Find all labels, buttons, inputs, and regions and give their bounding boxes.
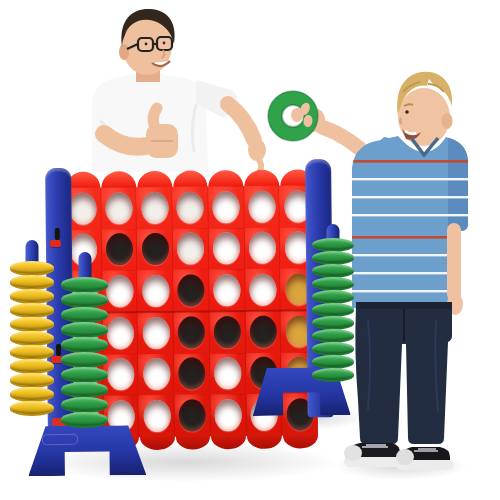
storage-peg-rings [61,278,108,428]
board-cell [210,394,246,436]
board-hole [178,275,205,307]
board-cell [245,269,281,311]
board-hole [106,275,133,307]
green-ring [61,322,108,338]
board-hole [177,233,204,265]
board-hole [213,274,240,306]
board-cell [174,311,210,353]
board-edge-bump [247,435,282,449]
release-slider-slot [55,228,60,240]
green-ring [61,412,108,428]
board-cell [173,270,209,312]
brand-emboss [42,434,78,445]
board-cell [174,353,210,395]
yellow-ring [10,289,54,304]
board-edge-bump [176,435,211,449]
storage-peg-rings [312,239,354,382]
board-hole [250,316,277,348]
green-ring [312,329,354,343]
storage-peg-rings [10,262,54,416]
board-hole [70,192,97,224]
board-cell [209,228,245,270]
board-cell [172,186,208,228]
board-hole [213,233,240,265]
board-cell [139,395,175,437]
green-ring [312,355,354,369]
green-ring [312,368,354,382]
green-ring [61,292,108,308]
green-ring [312,303,354,317]
board-cell [137,228,173,270]
green-ring [312,342,354,356]
board-hole [177,191,204,223]
green-ring [61,277,108,293]
board-cell [208,186,244,228]
green-ring [312,316,354,330]
green-ring [61,337,108,353]
board-edge-bump [283,434,318,448]
board-hole [248,191,275,223]
board-cell [210,353,246,395]
yellow-ring [10,275,54,290]
board-hole [141,192,168,224]
board-hole [214,358,241,390]
green-ring [312,238,354,252]
frame-foot-left [28,425,147,476]
board-hole [142,233,169,265]
board-hole [214,316,241,348]
scene [0,0,500,500]
green-ring [61,352,108,368]
yellow-ring [10,261,54,276]
green-ring [61,382,108,398]
board-cell [244,186,280,228]
board-cell [175,395,211,437]
board-cell [137,187,173,229]
board-cell [209,311,245,353]
board-hole [213,191,240,223]
board-hole [249,274,276,306]
board-cell [209,269,245,311]
board-cell [139,353,175,395]
board-hole [143,400,170,432]
board-cell [101,187,137,229]
board-hole [249,232,276,264]
storage-peg-right-front [312,224,354,382]
yellow-ring [10,387,54,402]
board-cell [138,270,174,312]
board-edge-bump [211,435,246,449]
green-ring [312,277,354,291]
board-edge-bump [140,436,175,450]
board-hole [179,400,206,432]
storage-peg-far-left [10,240,54,416]
board-hole [107,359,134,391]
board-hole [179,358,206,390]
green-ring [61,367,108,383]
board-hole [105,192,132,224]
board-cell [103,354,139,396]
green-ring [312,251,354,265]
green-ring [61,397,108,413]
board-hole [142,317,169,349]
yellow-ring [10,303,54,318]
yellow-ring [10,401,54,416]
storage-peg-left-front [61,252,108,428]
board-cell [244,227,280,269]
board-hole [143,358,170,390]
green-ring [312,290,354,304]
board-cell [173,228,209,270]
board-cell [245,311,281,353]
yellow-ring [10,331,54,346]
board-hole [142,275,169,307]
board-hole [178,316,205,348]
board-hole [215,399,242,431]
yellow-ring [10,345,54,360]
yellow-ring [10,373,54,388]
yellow-ring [10,359,54,374]
board-hole [107,317,134,349]
board-hole [106,234,133,266]
yellow-ring [10,317,54,332]
board-cell [138,312,174,354]
green-ring [61,307,108,323]
green-ring [312,264,354,278]
